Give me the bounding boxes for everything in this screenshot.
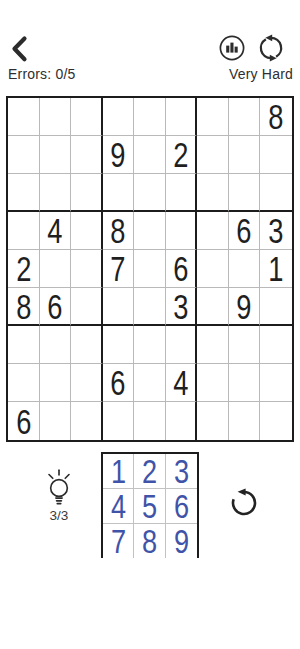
cell-r2c7[interactable] — [197, 136, 229, 174]
sudoku-board: 892486327618639646 — [6, 96, 294, 442]
given-digit: 4 — [47, 213, 62, 248]
given-digit: 2 — [16, 251, 31, 286]
numpad-key-3[interactable]: 3 — [166, 454, 197, 489]
numpad-digit: 7 — [111, 524, 126, 558]
numpad-key-2[interactable]: 2 — [134, 454, 165, 489]
cell-r3c6[interactable] — [166, 174, 198, 212]
given-digit: 6 — [237, 213, 252, 248]
given-digit: 3 — [173, 289, 188, 324]
cell-r4c8[interactable]: 6 — [229, 212, 261, 250]
cell-r1c6[interactable] — [166, 98, 198, 136]
cell-r7c4[interactable] — [103, 326, 135, 364]
cell-r9c2[interactable] — [40, 402, 72, 440]
given-digit: 9 — [110, 137, 125, 172]
cell-r6c1[interactable]: 8 — [8, 288, 40, 326]
cell-r6c9[interactable] — [260, 288, 292, 326]
refresh-button[interactable] — [257, 34, 285, 62]
given-digit: 9 — [237, 289, 252, 324]
cell-r5c5[interactable] — [134, 250, 166, 288]
cell-r5c6[interactable]: 6 — [166, 250, 198, 288]
cell-r2c2[interactable] — [40, 136, 72, 174]
cell-r1c1[interactable] — [8, 98, 40, 136]
cell-r7c7[interactable] — [197, 326, 229, 364]
numpad-key-8[interactable]: 8 — [134, 524, 165, 558]
cell-r6c2[interactable]: 6 — [40, 288, 72, 326]
rotate-counterclockwise-icon — [229, 506, 259, 521]
cell-r2c6[interactable]: 2 — [166, 136, 198, 174]
cell-r5c1[interactable]: 2 — [8, 250, 40, 288]
given-digit: 1 — [269, 251, 284, 286]
numpad-digit: 9 — [174, 524, 189, 558]
cell-r8c7[interactable] — [197, 364, 229, 402]
cell-r1c5[interactable] — [134, 98, 166, 136]
given-digit: 7 — [110, 251, 125, 286]
given-digit: 4 — [173, 365, 188, 400]
cell-r4c6[interactable] — [166, 212, 198, 250]
cell-r9c6[interactable] — [166, 402, 198, 440]
refresh-sync-icon — [257, 50, 285, 65]
numpad-key-6[interactable]: 6 — [166, 489, 197, 524]
given-digit: 6 — [173, 251, 188, 286]
undo-button[interactable] — [229, 485, 259, 518]
cell-r8c8[interactable] — [229, 364, 261, 402]
cell-r1c7[interactable] — [197, 98, 229, 136]
cell-r7c5[interactable] — [134, 326, 166, 364]
hint-button[interactable] — [37, 468, 81, 508]
difficulty-label: Very Hard — [229, 66, 293, 82]
cell-r3c1[interactable] — [8, 174, 40, 212]
given-digit: 2 — [173, 137, 188, 172]
cell-r7c6[interactable] — [166, 326, 198, 364]
cell-r3c7[interactable] — [197, 174, 229, 212]
cell-r4c7[interactable] — [197, 212, 229, 250]
chevron-left-icon — [9, 51, 29, 66]
cell-r8c6[interactable]: 4 — [166, 364, 198, 402]
cell-r6c5[interactable] — [134, 288, 166, 326]
given-digit: 6 — [16, 404, 31, 439]
cell-r3c5[interactable] — [134, 174, 166, 212]
cell-r9c3[interactable] — [71, 402, 103, 440]
cell-r1c4[interactable] — [103, 98, 135, 136]
cell-r2c3[interactable] — [71, 136, 103, 174]
numpad-digit: 8 — [142, 524, 157, 558]
cell-r9c5[interactable] — [134, 402, 166, 440]
cell-r8c9[interactable] — [260, 364, 292, 402]
cell-r2c8[interactable] — [229, 136, 261, 174]
cell-r3c3[interactable] — [71, 174, 103, 212]
numpad-digit: 3 — [174, 454, 189, 488]
cell-r6c6[interactable]: 3 — [166, 288, 198, 326]
given-digit: 6 — [110, 365, 125, 400]
back-button[interactable] — [9, 35, 29, 63]
hints-remaining-count: 3/3 — [37, 508, 81, 523]
given-digit: 8 — [16, 289, 31, 324]
cell-r3c9[interactable] — [260, 174, 292, 212]
cell-r1c2[interactable] — [40, 98, 72, 136]
cell-r3c4[interactable] — [103, 174, 135, 212]
cell-r2c1[interactable] — [8, 136, 40, 174]
cell-r9c8[interactable] — [229, 402, 261, 440]
given-digit: 8 — [269, 99, 284, 134]
cell-r7c3[interactable] — [71, 326, 103, 364]
cell-r4c9[interactable]: 3 — [260, 212, 292, 250]
cell-r6c3[interactable] — [71, 288, 103, 326]
cell-r5c3[interactable] — [71, 250, 103, 288]
cell-r7c8[interactable] — [229, 326, 261, 364]
cell-r4c1[interactable] — [8, 212, 40, 250]
cell-r9c7[interactable] — [197, 402, 229, 440]
cell-r1c9[interactable]: 8 — [260, 98, 292, 136]
cell-r9c1[interactable]: 6 — [8, 402, 40, 440]
numpad-digit: 4 — [111, 489, 126, 523]
cell-r5c4[interactable]: 7 — [103, 250, 135, 288]
cell-r7c2[interactable] — [40, 326, 72, 364]
cell-r5c9[interactable]: 1 — [260, 250, 292, 288]
cell-r5c7[interactable] — [197, 250, 229, 288]
cell-r2c4[interactable]: 9 — [103, 136, 135, 174]
number-pad: 123456789 — [101, 452, 199, 558]
cell-r1c3[interactable] — [71, 98, 103, 136]
cell-r4c4[interactable]: 8 — [103, 212, 135, 250]
statistics-button[interactable] — [219, 35, 245, 61]
given-digit: 8 — [110, 213, 125, 248]
cell-r8c4[interactable]: 6 — [103, 364, 135, 402]
cell-r5c2[interactable] — [40, 250, 72, 288]
cell-r8c5[interactable] — [134, 364, 166, 402]
cell-r6c4[interactable] — [103, 288, 135, 326]
numpad-key-9[interactable]: 9 — [166, 524, 197, 558]
numpad-digit: 1 — [111, 454, 126, 488]
numpad-digit: 5 — [142, 489, 157, 523]
cell-r2c5[interactable] — [134, 136, 166, 174]
numpad-key-5[interactable]: 5 — [134, 489, 165, 524]
cell-r6c7[interactable] — [197, 288, 229, 326]
cell-r4c5[interactable] — [134, 212, 166, 250]
cell-r8c1[interactable] — [8, 364, 40, 402]
cell-r7c1[interactable] — [8, 326, 40, 364]
cell-r6c8[interactable]: 9 — [229, 288, 261, 326]
given-digit: 3 — [269, 213, 284, 248]
cell-r7c9[interactable] — [260, 326, 292, 364]
cell-r9c9[interactable] — [260, 402, 292, 440]
cell-r4c3[interactable] — [71, 212, 103, 250]
numpad-key-1[interactable]: 1 — [103, 454, 134, 489]
bar-chart-icon — [219, 49, 245, 64]
cell-r2c9[interactable] — [260, 136, 292, 174]
given-digit: 6 — [47, 289, 62, 324]
cell-r8c2[interactable] — [40, 364, 72, 402]
cell-r8c3[interactable] — [71, 364, 103, 402]
errors-counter: Errors: 0/5 — [8, 66, 76, 82]
numpad-key-7[interactable]: 7 — [103, 524, 134, 558]
cell-r3c8[interactable] — [229, 174, 261, 212]
cell-r3c2[interactable] — [40, 174, 72, 212]
numpad-digit: 2 — [142, 454, 157, 488]
numpad-digit: 6 — [174, 489, 189, 523]
cell-r9c4[interactable] — [103, 402, 135, 440]
cell-r1c8[interactable] — [229, 98, 261, 136]
cell-r5c8[interactable] — [229, 250, 261, 288]
numpad-key-4[interactable]: 4 — [103, 489, 134, 524]
cell-r4c2[interactable]: 4 — [40, 212, 72, 250]
